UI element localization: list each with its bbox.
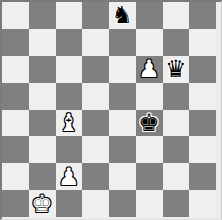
square-e3[interactable] [109, 136, 136, 163]
square-a6[interactable] [2, 56, 29, 83]
piece-white-pawn[interactable]: ♟ [138, 57, 160, 81]
square-d7[interactable] [82, 29, 109, 56]
square-a8[interactable] [2, 2, 29, 29]
square-c5[interactable] [56, 83, 83, 110]
square-c7[interactable] [56, 29, 83, 56]
square-c6[interactable] [56, 56, 83, 83]
square-h3[interactable] [189, 136, 216, 163]
square-f8[interactable] [136, 2, 163, 29]
square-a4[interactable] [2, 110, 29, 137]
square-d8[interactable] [82, 2, 109, 29]
square-d1[interactable] [82, 190, 109, 217]
piece-black-knight[interactable]: ♞ [112, 3, 134, 27]
square-h1[interactable] [189, 190, 216, 217]
piece-white-bishop[interactable]: ♝ [58, 111, 80, 135]
square-b7[interactable] [29, 29, 56, 56]
square-b1[interactable]: ♚ [29, 190, 56, 217]
square-b2[interactable] [29, 163, 56, 190]
square-h5[interactable] [189, 83, 216, 110]
square-e4[interactable] [109, 110, 136, 137]
square-g2[interactable] [163, 163, 190, 190]
square-f5[interactable] [136, 83, 163, 110]
square-f1[interactable] [136, 190, 163, 217]
square-b3[interactable] [29, 136, 56, 163]
square-f7[interactable] [136, 29, 163, 56]
square-g1[interactable] [163, 190, 190, 217]
square-b4[interactable] [29, 110, 56, 137]
square-d6[interactable] [82, 56, 109, 83]
square-f2[interactable] [136, 163, 163, 190]
square-a7[interactable] [2, 29, 29, 56]
square-h4[interactable] [189, 110, 216, 137]
piece-black-queen[interactable]: ♛ [165, 57, 187, 81]
square-e7[interactable] [109, 29, 136, 56]
square-a5[interactable] [2, 83, 29, 110]
square-h6[interactable] [189, 56, 216, 83]
square-c3[interactable] [56, 136, 83, 163]
square-e5[interactable] [109, 83, 136, 110]
square-f3[interactable] [136, 136, 163, 163]
square-c1[interactable] [56, 190, 83, 217]
square-e8[interactable]: ♞ [109, 2, 136, 29]
square-e2[interactable] [109, 163, 136, 190]
square-c4[interactable]: ♝ [56, 110, 83, 137]
square-f6[interactable]: ♟ [136, 56, 163, 83]
square-g4[interactable] [163, 110, 190, 137]
square-g7[interactable] [163, 29, 190, 56]
board-frame: ♞♟♛♝♚♟♚ [0, 0, 222, 220]
square-c2[interactable]: ♟ [56, 163, 83, 190]
square-g5[interactable] [163, 83, 190, 110]
square-a3[interactable] [2, 136, 29, 163]
piece-black-king[interactable]: ♚ [138, 111, 160, 135]
square-a2[interactable] [2, 163, 29, 190]
piece-white-king[interactable]: ♚ [31, 192, 53, 216]
square-e6[interactable] [109, 56, 136, 83]
square-b6[interactable] [29, 56, 56, 83]
square-d3[interactable] [82, 136, 109, 163]
piece-white-pawn[interactable]: ♟ [58, 165, 80, 189]
square-h7[interactable] [189, 29, 216, 56]
square-d5[interactable] [82, 83, 109, 110]
square-b8[interactable] [29, 2, 56, 29]
square-g3[interactable] [163, 136, 190, 163]
square-h8[interactable] [189, 2, 216, 29]
square-d4[interactable] [82, 110, 109, 137]
square-g6[interactable]: ♛ [163, 56, 190, 83]
square-f4[interactable]: ♚ [136, 110, 163, 137]
square-h2[interactable] [189, 163, 216, 190]
square-e1[interactable] [109, 190, 136, 217]
square-c8[interactable] [56, 2, 83, 29]
square-g8[interactable] [163, 2, 190, 29]
square-d2[interactable] [82, 163, 109, 190]
chess-board: ♞♟♛♝♚♟♚ [2, 2, 216, 217]
square-b5[interactable] [29, 83, 56, 110]
square-a1[interactable] [2, 190, 29, 217]
